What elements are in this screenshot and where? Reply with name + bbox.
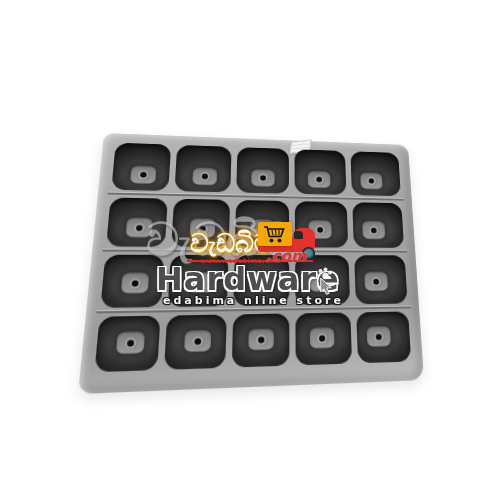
drainage-hole [259, 226, 265, 232]
cell-floor [116, 332, 145, 354]
cell-pocket [175, 145, 231, 192]
cell-pocket [352, 202, 404, 248]
cell-floor [248, 329, 273, 350]
seedling-tray [78, 133, 424, 394]
cell-pocket [295, 201, 348, 248]
cell-floor [184, 331, 211, 352]
tray-cell-r4c5 [353, 308, 415, 367]
tray-cell-r3c4 [292, 252, 352, 308]
drainage-hole [199, 225, 205, 231]
drainage-hole [127, 339, 134, 346]
cell-floor [192, 168, 217, 186]
drainage-hole [318, 279, 324, 285]
cell-floor [251, 169, 274, 187]
cell-pocket [100, 255, 164, 308]
tray-cell-r4c4 [293, 309, 355, 369]
cell-pocket [354, 255, 408, 304]
tray-row-2 [102, 192, 407, 251]
photo-canvas: වැඩබිම Hardware www.wedabima.com වැඩබිම … [0, 0, 500, 500]
cell-pocket [235, 199, 290, 247]
cell-pocket [168, 255, 228, 307]
drainage-hole [371, 227, 377, 233]
cell-floor [121, 273, 149, 293]
cell-pocket [296, 312, 352, 365]
cell-floor [249, 273, 274, 292]
cell-pocket [233, 255, 289, 305]
cell-floor [365, 272, 389, 290]
tray-cell-r3c5 [351, 252, 411, 306]
drainage-hole [259, 279, 265, 285]
tray-row-1 [108, 140, 404, 199]
drainage-hole [140, 172, 147, 178]
cell-floor [367, 327, 391, 347]
cell-pocket [172, 198, 230, 247]
cell-floor [189, 219, 215, 238]
tray-cell-r4c1 [91, 312, 165, 376]
cell-floor [130, 166, 156, 184]
cell-pocket [164, 314, 226, 370]
cell-pocket [356, 311, 411, 363]
drainage-hole [201, 174, 207, 180]
tray-cell-r3c2 [165, 252, 232, 310]
tray-cell-r3c1 [97, 252, 168, 311]
cell-floor [310, 328, 335, 348]
cell-pocket [350, 151, 401, 195]
drainage-hole [258, 336, 264, 343]
drainage-hole [136, 225, 143, 231]
cell-pocket [232, 313, 290, 368]
tray-row-3 [97, 250, 411, 311]
tray-cell-r2c2 [168, 195, 233, 250]
cell-pocket [111, 143, 171, 191]
tray-cell-r1c5 [347, 149, 403, 199]
cell-pocket [94, 315, 161, 372]
cell-pocket [295, 255, 349, 304]
cell-floor [308, 171, 331, 188]
tray-cell-r1c4 [292, 146, 349, 197]
cell-pocket [106, 197, 168, 247]
tray-cell-r3c3 [230, 252, 293, 309]
cell-floor [309, 273, 333, 292]
tray-cell-r4c2 [161, 311, 230, 374]
tray-cell-r1c2 [172, 142, 235, 195]
tray-row-4 [91, 306, 415, 376]
drainage-hole [316, 177, 322, 183]
tray-cell-r2c3 [232, 197, 293, 251]
tray-cell-r2c4 [292, 198, 351, 251]
drainage-hole [376, 334, 382, 340]
drainage-hole [132, 280, 139, 286]
cell-floor [126, 218, 153, 237]
drainage-hole [369, 178, 375, 183]
tray-cell-r2c1 [102, 194, 171, 250]
cell-floor [363, 221, 386, 239]
cell-floor [250, 220, 274, 238]
tray-cell-r1c3 [233, 144, 292, 196]
cell-pocket [295, 149, 346, 194]
drainage-hole [319, 335, 325, 341]
drainage-hole [374, 279, 380, 285]
drainage-hole [260, 175, 266, 181]
drainage-hole [197, 280, 204, 286]
tray-cell-r2c5 [349, 199, 407, 251]
cell-pocket [236, 147, 289, 193]
drainage-hole [194, 338, 201, 345]
cell-floor [361, 173, 383, 190]
tray-cell-r1c1 [108, 140, 175, 194]
cell-floor [308, 221, 331, 239]
cell-floor [187, 273, 213, 293]
tray-cell-r4c3 [228, 310, 293, 371]
drainage-hole [317, 227, 323, 233]
